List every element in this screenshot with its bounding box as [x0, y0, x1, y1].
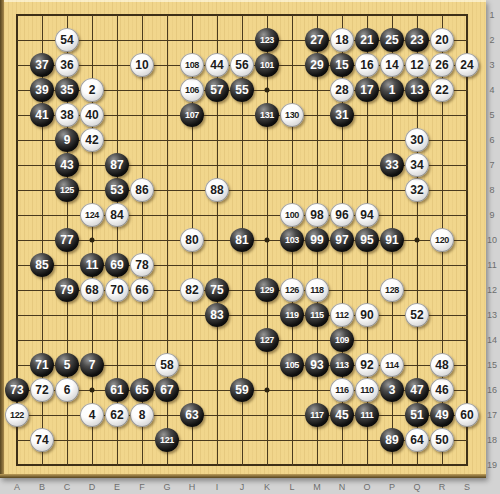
stone-white-F8[interactable]: 86: [130, 178, 154, 202]
stone-white-F11[interactable]: 78: [130, 253, 154, 277]
stone-black-B11[interactable]: 85: [30, 253, 54, 277]
move-number: 62: [110, 409, 123, 421]
stone-black-I4[interactable]: 57: [205, 78, 229, 102]
column-label-S: S: [464, 482, 470, 492]
move-number: 48: [435, 359, 448, 371]
stone-white-L9[interactable]: 100: [280, 203, 304, 227]
move-number: 78: [135, 259, 148, 271]
stone-black-B4[interactable]: 39: [30, 78, 54, 102]
row-label-16: 16: [487, 385, 497, 395]
column-label-B: B: [39, 482, 45, 492]
move-number: 101: [260, 61, 274, 70]
move-number: 32: [410, 184, 423, 196]
move-number: 40: [85, 109, 98, 121]
move-number: 63: [185, 409, 198, 421]
stone-black-Q4[interactable]: 13: [405, 78, 429, 102]
stone-white-O9[interactable]: 94: [355, 203, 379, 227]
column-label-M: M: [313, 482, 321, 492]
stone-white-R4[interactable]: 22: [430, 78, 454, 102]
column-label-E: E: [114, 482, 120, 492]
row-label-13: 13: [487, 310, 497, 320]
stone-black-P7[interactable]: 33: [380, 153, 404, 177]
move-number: 55: [235, 84, 248, 96]
move-number: 86: [135, 184, 148, 196]
stone-black-C15[interactable]: 5: [55, 353, 79, 377]
move-number: 97: [335, 234, 348, 246]
board-left-edge: [0, 0, 4, 478]
move-number: 33: [385, 159, 398, 171]
move-number: 47: [410, 384, 423, 396]
column-label-R: R: [439, 482, 446, 492]
stone-white-I3[interactable]: 44: [205, 53, 229, 77]
stone-black-B15[interactable]: 71: [30, 353, 54, 377]
stone-white-R16[interactable]: 46: [430, 378, 454, 402]
move-number: 123: [260, 36, 274, 45]
stone-black-M2[interactable]: 27: [305, 28, 329, 52]
stone-white-L5[interactable]: 130: [280, 103, 304, 127]
stone-black-P10[interactable]: 91: [380, 228, 404, 252]
stone-black-M17[interactable]: 117: [305, 403, 329, 427]
move-number: 77: [60, 234, 73, 246]
stone-black-L13[interactable]: 119: [280, 303, 304, 327]
stone-white-P12[interactable]: 128: [380, 278, 404, 302]
column-label-N: N: [339, 482, 346, 492]
move-number: 107: [185, 111, 199, 120]
move-number: 18: [335, 34, 348, 46]
move-number: 10: [135, 59, 148, 71]
move-number: 124: [85, 211, 99, 220]
stone-white-M9[interactable]: 98: [305, 203, 329, 227]
move-number: 8: [139, 409, 146, 421]
go-board[interactable]: 1234567891011121314151617182021222324252…: [0, 0, 486, 478]
move-number: 1: [389, 84, 396, 96]
stone-black-H5[interactable]: 107: [180, 103, 204, 127]
stone-black-P16[interactable]: 3: [380, 378, 404, 402]
stone-black-Q2[interactable]: 23: [405, 28, 429, 52]
move-number: 72: [35, 384, 48, 396]
board-top-sheen: [0, 0, 486, 2]
move-number: 53: [110, 184, 123, 196]
move-number: 116: [335, 386, 348, 395]
move-number: 50: [435, 434, 448, 446]
stone-black-L10[interactable]: 103: [280, 228, 304, 252]
stone-black-P4[interactable]: 1: [380, 78, 404, 102]
move-number: 57: [210, 84, 223, 96]
stone-white-D5[interactable]: 40: [80, 103, 104, 127]
stone-black-N3[interactable]: 15: [330, 53, 354, 77]
row-label-10: 10: [487, 235, 497, 245]
move-number: 11: [86, 259, 99, 271]
stone-white-C16[interactable]: 6: [55, 378, 79, 402]
stone-white-D12[interactable]: 68: [80, 278, 104, 302]
row-label-14: 14: [487, 335, 497, 345]
move-number: 14: [385, 59, 398, 71]
stone-black-D11[interactable]: 11: [80, 253, 104, 277]
stone-white-L12[interactable]: 126: [280, 278, 304, 302]
stone-white-E9[interactable]: 84: [105, 203, 129, 227]
stone-white-C5[interactable]: 38: [55, 103, 79, 127]
move-number: 84: [110, 209, 123, 221]
stone-black-Q17[interactable]: 51: [405, 403, 429, 427]
stone-black-Q16[interactable]: 47: [405, 378, 429, 402]
column-label-A: A: [14, 482, 20, 492]
stone-black-O4[interactable]: 17: [355, 78, 379, 102]
stone-white-N16[interactable]: 116: [330, 378, 354, 402]
stone-black-E16[interactable]: 61: [105, 378, 129, 402]
star-point-Q10: [415, 238, 420, 243]
column-label-Q: Q: [413, 482, 420, 492]
move-number: 4: [89, 409, 96, 421]
move-number: 70: [110, 284, 123, 296]
stone-black-O10[interactable]: 95: [355, 228, 379, 252]
move-number: 22: [435, 84, 448, 96]
stone-black-J10[interactable]: 81: [230, 228, 254, 252]
move-number: 121: [160, 436, 174, 445]
stone-black-D15[interactable]: 7: [80, 353, 104, 377]
move-number: 52: [410, 309, 423, 321]
stone-white-N2[interactable]: 18: [330, 28, 354, 52]
star-point-K16: [265, 388, 270, 393]
move-number: 2: [89, 84, 96, 96]
move-number: 28: [335, 84, 348, 96]
move-number: 117: [310, 411, 323, 420]
stone-black-H17[interactable]: 63: [180, 403, 204, 427]
stone-white-S17[interactable]: 60: [455, 403, 479, 427]
stone-white-Q13[interactable]: 52: [405, 303, 429, 327]
move-number: 106: [185, 86, 199, 95]
stone-black-M3[interactable]: 29: [305, 53, 329, 77]
stone-black-K14[interactable]: 127: [255, 328, 279, 352]
move-number: 119: [285, 311, 298, 320]
stone-white-G15[interactable]: 58: [155, 353, 179, 377]
move-number: 130: [285, 111, 299, 120]
stone-black-N10[interactable]: 97: [330, 228, 354, 252]
move-number: 75: [210, 284, 223, 296]
move-number: 42: [85, 134, 98, 146]
stone-white-H12[interactable]: 82: [180, 278, 204, 302]
stone-black-E11[interactable]: 69: [105, 253, 129, 277]
stone-white-O15[interactable]: 92: [355, 353, 379, 377]
stone-black-C12[interactable]: 79: [55, 278, 79, 302]
move-number: 127: [260, 336, 274, 345]
stone-white-R18[interactable]: 50: [430, 428, 454, 452]
move-number: 64: [410, 434, 423, 446]
stone-black-C6[interactable]: 9: [55, 128, 79, 152]
move-number: 95: [360, 234, 373, 246]
column-label-C: C: [64, 482, 71, 492]
stone-white-D17[interactable]: 4: [80, 403, 104, 427]
move-number: 61: [110, 384, 123, 396]
move-number: 27: [310, 34, 323, 46]
move-number: 100: [285, 211, 299, 220]
stone-white-I8[interactable]: 88: [205, 178, 229, 202]
stone-black-I13[interactable]: 83: [205, 303, 229, 327]
stone-black-G16[interactable]: 67: [155, 378, 179, 402]
stone-white-H10[interactable]: 80: [180, 228, 204, 252]
move-number: 88: [210, 184, 223, 196]
move-number: 45: [335, 409, 348, 421]
move-number: 6: [64, 384, 71, 396]
move-number: 60: [460, 409, 473, 421]
stone-white-C3[interactable]: 36: [55, 53, 79, 77]
move-number: 66: [135, 284, 148, 296]
stone-white-N4[interactable]: 28: [330, 78, 354, 102]
row-label-6: 6: [489, 135, 494, 145]
row-label-19: 19: [487, 460, 497, 470]
star-point-D16: [90, 388, 95, 393]
stone-white-P3[interactable]: 14: [380, 53, 404, 77]
move-number: 120: [435, 236, 449, 245]
grid-line-horizontal: [17, 315, 468, 316]
stone-black-I12[interactable]: 75: [205, 278, 229, 302]
row-label-9: 9: [489, 210, 494, 220]
stone-white-A17[interactable]: 122: [5, 403, 29, 427]
row-label-4: 4: [489, 85, 494, 95]
move-number: 69: [110, 259, 123, 271]
move-number: 115: [310, 311, 323, 320]
move-number: 87: [110, 159, 123, 171]
column-label-J: J: [240, 482, 245, 492]
move-number: 41: [35, 109, 48, 121]
stone-black-N5[interactable]: 31: [330, 103, 354, 127]
row-label-18: 18: [487, 435, 497, 445]
move-number: 73: [10, 384, 23, 396]
move-number: 80: [185, 234, 198, 246]
move-number: 93: [310, 359, 323, 371]
move-number: 30: [410, 134, 423, 146]
move-number: 113: [335, 361, 348, 370]
move-number: 82: [185, 284, 198, 296]
stone-white-R10[interactable]: 120: [430, 228, 454, 252]
move-number: 118: [310, 286, 323, 295]
move-number: 31: [335, 109, 348, 121]
move-number: 85: [35, 259, 48, 271]
stone-black-M13[interactable]: 115: [305, 303, 329, 327]
move-number: 65: [135, 384, 148, 396]
stone-white-F12[interactable]: 66: [130, 278, 154, 302]
move-number: 129: [260, 286, 274, 295]
stone-black-F16[interactable]: 65: [130, 378, 154, 402]
stone-white-D6[interactable]: 42: [80, 128, 104, 152]
move-number: 46: [435, 384, 448, 396]
column-label-G: G: [163, 482, 170, 492]
go-diagram: 1234567891011121314151617182021222324252…: [0, 0, 500, 494]
move-number: 68: [85, 284, 98, 296]
stone-white-Q3[interactable]: 12: [405, 53, 429, 77]
move-number: 91: [385, 234, 398, 246]
row-label-11: 11: [487, 260, 496, 270]
move-number: 112: [335, 311, 348, 320]
move-number: 16: [360, 59, 373, 71]
stone-white-H4[interactable]: 106: [180, 78, 204, 102]
move-number: 58: [160, 359, 173, 371]
move-number: 67: [160, 384, 173, 396]
move-number: 29: [310, 59, 323, 71]
move-number: 56: [235, 59, 248, 71]
column-label-O: O: [363, 482, 370, 492]
stone-black-G18[interactable]: 121: [155, 428, 179, 452]
move-number: 81: [235, 234, 248, 246]
stone-white-D4[interactable]: 2: [80, 78, 104, 102]
column-label-F: F: [139, 482, 145, 492]
stone-white-M12[interactable]: 118: [305, 278, 329, 302]
move-number: 35: [60, 84, 73, 96]
row-label-8: 8: [489, 185, 494, 195]
stone-white-S3[interactable]: 24: [455, 53, 479, 77]
move-number: 96: [335, 209, 348, 221]
row-label-2: 2: [489, 35, 494, 45]
move-number: 34: [410, 159, 423, 171]
stone-white-E17[interactable]: 62: [105, 403, 129, 427]
column-label-D: D: [89, 482, 96, 492]
move-number: 15: [335, 59, 348, 71]
move-number: 94: [360, 209, 373, 221]
move-number: 79: [60, 284, 73, 296]
move-number: 90: [360, 309, 373, 321]
move-number: 20: [435, 34, 448, 46]
star-point-K10: [265, 238, 270, 243]
stone-black-C7[interactable]: 43: [55, 153, 79, 177]
move-number: 13: [410, 84, 423, 96]
stone-white-D9[interactable]: 124: [80, 203, 104, 227]
stone-black-L15[interactable]: 105: [280, 353, 304, 377]
stone-black-P2[interactable]: 25: [380, 28, 404, 52]
move-number: 51: [410, 409, 423, 421]
move-number: 125: [60, 186, 74, 195]
stone-white-Q8[interactable]: 32: [405, 178, 429, 202]
stone-black-M15[interactable]: 93: [305, 353, 329, 377]
stone-white-Q18[interactable]: 64: [405, 428, 429, 452]
move-number: 99: [310, 234, 323, 246]
stone-black-C10[interactable]: 77: [55, 228, 79, 252]
move-number: 17: [360, 84, 373, 96]
row-label-5: 5: [489, 110, 494, 120]
move-number: 108: [185, 61, 199, 70]
stone-white-B16[interactable]: 72: [30, 378, 54, 402]
move-number: 25: [385, 34, 398, 46]
stone-white-R15[interactable]: 48: [430, 353, 454, 377]
stone-black-C4[interactable]: 35: [55, 78, 79, 102]
stone-white-Q7[interactable]: 34: [405, 153, 429, 177]
stone-black-K5[interactable]: 131: [255, 103, 279, 127]
stone-black-A16[interactable]: 73: [5, 378, 29, 402]
stone-black-B3[interactable]: 37: [30, 53, 54, 77]
column-label-K: K: [264, 482, 270, 492]
move-number: 128: [385, 286, 399, 295]
stone-white-P15[interactable]: 114: [380, 353, 404, 377]
move-number: 89: [385, 434, 398, 446]
stone-white-H3[interactable]: 108: [180, 53, 204, 77]
stone-white-E12[interactable]: 70: [105, 278, 129, 302]
stone-white-J3[interactable]: 56: [230, 53, 254, 77]
stone-white-N13[interactable]: 112: [330, 303, 354, 327]
move-number: 12: [410, 59, 423, 71]
stone-black-O2[interactable]: 21: [355, 28, 379, 52]
row-label-15: 15: [487, 360, 497, 370]
stone-black-J4[interactable]: 55: [230, 78, 254, 102]
move-number: 98: [310, 209, 323, 221]
stone-white-Q6[interactable]: 30: [405, 128, 429, 152]
stone-black-J16[interactable]: 59: [230, 378, 254, 402]
move-number: 38: [60, 109, 73, 121]
move-number: 26: [435, 59, 448, 71]
move-number: 83: [210, 309, 223, 321]
stone-black-N15[interactable]: 113: [330, 353, 354, 377]
move-number: 110: [360, 386, 373, 395]
move-number: 5: [64, 359, 71, 371]
stone-white-R3[interactable]: 26: [430, 53, 454, 77]
move-number: 7: [89, 359, 96, 371]
move-number: 114: [385, 361, 398, 370]
column-label-L: L: [289, 482, 294, 492]
stone-white-B18[interactable]: 74: [30, 428, 54, 452]
move-number: 54: [60, 34, 73, 46]
stone-black-N17[interactable]: 45: [330, 403, 354, 427]
row-label-7: 7: [489, 160, 494, 170]
stone-white-F17[interactable]: 8: [130, 403, 154, 427]
move-number: 3: [389, 384, 396, 396]
stone-black-B5[interactable]: 41: [30, 103, 54, 127]
column-label-P: P: [389, 482, 395, 492]
row-label-3: 3: [489, 60, 494, 70]
move-number: 92: [360, 359, 373, 371]
move-number: 126: [285, 286, 299, 295]
move-number: 109: [335, 336, 349, 345]
stone-white-O3[interactable]: 16: [355, 53, 379, 77]
move-number: 23: [410, 34, 423, 46]
move-number: 24: [460, 59, 473, 71]
grid-line-horizontal: [17, 340, 468, 341]
move-number: 111: [361, 411, 374, 420]
move-number: 59: [235, 384, 248, 396]
move-number: 37: [35, 59, 48, 71]
move-number: 43: [60, 159, 73, 171]
stone-white-F3[interactable]: 10: [130, 53, 154, 77]
stone-black-C8[interactable]: 125: [55, 178, 79, 202]
move-number: 122: [10, 411, 24, 420]
move-number: 21: [360, 34, 373, 46]
stone-black-K2[interactable]: 123: [255, 28, 279, 52]
stone-black-K3[interactable]: 101: [255, 53, 279, 77]
move-number: 49: [435, 409, 448, 421]
stone-black-O17[interactable]: 111: [355, 403, 379, 427]
column-label-I: I: [216, 482, 219, 492]
stone-white-R2[interactable]: 20: [430, 28, 454, 52]
stone-black-P18[interactable]: 89: [380, 428, 404, 452]
stone-white-O13[interactable]: 90: [355, 303, 379, 327]
move-number: 71: [35, 359, 48, 371]
move-number: 44: [210, 59, 223, 71]
move-number: 105: [285, 361, 299, 370]
move-number: 131: [260, 111, 274, 120]
stone-black-E8[interactable]: 53: [105, 178, 129, 202]
stone-white-C2[interactable]: 54: [55, 28, 79, 52]
move-number: 103: [285, 236, 299, 245]
stone-black-N14[interactable]: 109: [330, 328, 354, 352]
stone-white-O16[interactable]: 110: [355, 378, 379, 402]
board-bottom-edge: [0, 474, 486, 478]
move-number: 39: [35, 84, 48, 96]
row-label-1: 1: [489, 10, 494, 20]
stone-white-N9[interactable]: 96: [330, 203, 354, 227]
stone-black-R17[interactable]: 49: [430, 403, 454, 427]
row-label-17: 17: [487, 410, 497, 420]
star-point-D10: [90, 238, 95, 243]
stone-black-E7[interactable]: 87: [105, 153, 129, 177]
star-point-K4: [265, 88, 270, 93]
stone-black-K12[interactable]: 129: [255, 278, 279, 302]
stone-black-M10[interactable]: 99: [305, 228, 329, 252]
